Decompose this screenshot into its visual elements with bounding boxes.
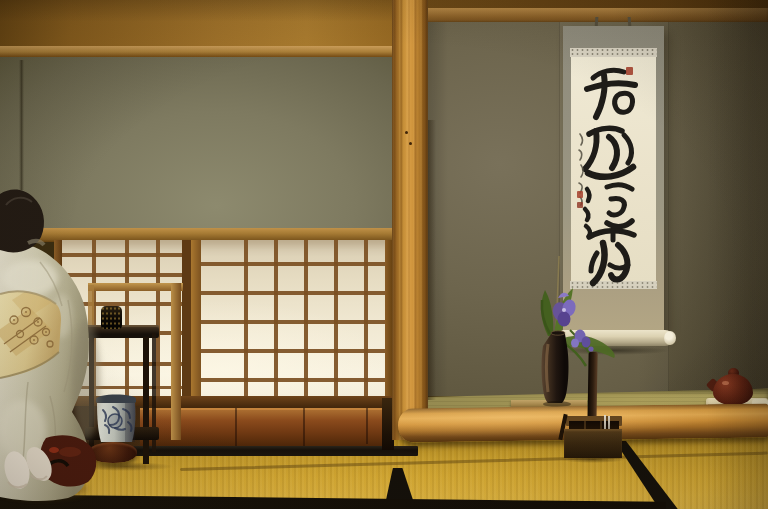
shoji-lattice-muntin — [334, 240, 338, 398]
post-grain-streak — [400, 0, 402, 436]
shoji-lattice-muntin — [274, 240, 278, 398]
floor-plank-seam — [303, 408, 305, 446]
tea-room-photo: Japanese tea-ceremony room: a figure in … — [0, 0, 768, 509]
shoji-lattice-muntin — [304, 240, 308, 398]
post-nail — [409, 142, 412, 145]
utensil-box-shadow — [560, 456, 626, 463]
utensil-box-handle — [587, 352, 597, 426]
post-corner-shadow — [428, 120, 436, 400]
shoji-lattice-muntin — [364, 240, 368, 398]
shoji-lattice-bar — [191, 262, 393, 266]
scroll-roller-knob — [664, 331, 676, 345]
shoji-stile — [182, 240, 191, 412]
stand-leg — [143, 337, 149, 464]
utensil-box-front — [564, 429, 622, 458]
kneeling-person — [0, 185, 112, 509]
kettle-body — [713, 374, 753, 405]
shoji-lattice-bar — [191, 378, 393, 382]
shoji-stile — [191, 240, 201, 412]
wood-frame-right — [171, 283, 181, 440]
kettle-highlight — [722, 381, 729, 385]
shoji-lattice-bar — [191, 291, 393, 295]
wall-corner-seam — [19, 60, 24, 190]
toko-bashira-post — [392, 0, 428, 440]
post-nail — [405, 131, 408, 134]
floor-plank-seam — [235, 408, 237, 448]
upper-wall-band — [0, 0, 393, 48]
shoji-lattice-bar — [191, 349, 393, 353]
floor-plank-seam — [366, 408, 368, 444]
post-grain-streak — [414, 0, 416, 436]
shoji-lattice-muntin — [156, 240, 160, 398]
shoji-lattice-bar — [191, 320, 393, 324]
shoji-lattice-muntin — [244, 240, 248, 398]
shoji-lattice-muntin — [125, 240, 129, 398]
iris-bloom — [550, 293, 577, 327]
ikebana-arrangement — [528, 248, 632, 408]
